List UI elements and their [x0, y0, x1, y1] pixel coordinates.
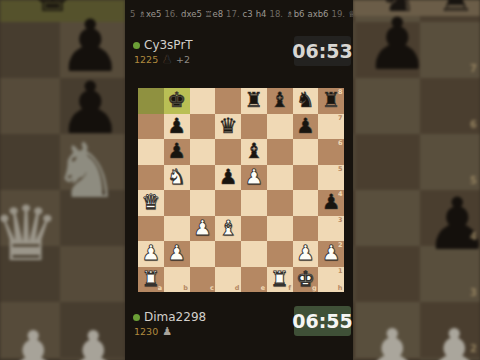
move-token[interactable]: dxe5 [181, 9, 202, 19]
game-screen: 5♗xe516.dxe5♖e817.c3h418.♗b6axb619.♕a4+♔… [125, 0, 353, 360]
rank-label-2: 2 [338, 242, 343, 249]
square-e3[interactable] [241, 216, 267, 242]
online-indicator-icon [133, 42, 140, 49]
move-token[interactable]: axb6 [307, 9, 328, 19]
captured-pawn-icon: ♟ [162, 326, 172, 337]
square-c4[interactable] [190, 190, 216, 216]
square-h6[interactable]: 6 [318, 139, 344, 165]
captured-pawn-icon: ♟ [162, 54, 172, 65]
rank-label-5: 5 [338, 166, 343, 173]
background-rank-label: 6 [470, 119, 477, 130]
square-b7[interactable]: ♟ [164, 114, 190, 140]
square-d3[interactable]: ♝ [215, 216, 241, 242]
square-f5[interactable] [267, 165, 293, 191]
square-h5[interactable]: 5 [318, 165, 344, 191]
square-d7[interactable]: ♛ [215, 114, 241, 140]
file-label-e: e [261, 285, 265, 292]
file-label-c: c [210, 285, 214, 292]
square-f1[interactable]: ♜f [267, 267, 293, 293]
square-f4[interactable] [267, 190, 293, 216]
move-token[interactable]: 17. [226, 9, 240, 19]
clock-bottom: 06:55 [294, 306, 351, 336]
move-token[interactable]: 18. [269, 9, 283, 19]
background-piece: ♟ [423, 320, 480, 360]
square-a3[interactable] [138, 216, 164, 242]
background-rank-label: 5 [470, 175, 477, 186]
square-h8[interactable]: ♜8 [318, 88, 344, 114]
player-bottom-rating: 1230 [134, 326, 158, 337]
square-h1[interactable]: h1 [318, 267, 344, 293]
player-top: Cy3sPrT 1225 ♟ +2 [133, 38, 293, 65]
square-d1[interactable]: d [215, 267, 241, 293]
background-piece: ♛ [0, 196, 60, 272]
square-e1[interactable]: e [241, 267, 267, 293]
online-indicator-icon [133, 314, 140, 321]
rank-label-7: 7 [338, 115, 343, 122]
file-label-h: h [338, 285, 343, 292]
square-a4[interactable]: ♛ [138, 190, 164, 216]
rank-label-1: 1 [338, 268, 343, 275]
square-e7[interactable] [241, 114, 267, 140]
piece-wP-a2[interactable]: ♟ [141, 243, 160, 264]
move-token[interactable]: 16. [164, 9, 178, 19]
square-b8[interactable]: ♚ [164, 88, 190, 114]
square-d2[interactable] [215, 241, 241, 267]
square-h3[interactable]: 3 [318, 216, 344, 242]
square-d6[interactable] [215, 139, 241, 165]
piece-wP-b2[interactable]: ♟ [167, 243, 186, 264]
rank-label-4: 4 [338, 191, 343, 198]
square-h7[interactable]: 7 [318, 114, 344, 140]
piece-bP-b6[interactable]: ♟ [167, 141, 186, 162]
square-h4[interactable]: ♟4 [318, 190, 344, 216]
square-g5[interactable] [293, 165, 319, 191]
file-label-d: d [235, 285, 240, 292]
move-token[interactable]: ♕a4+ [348, 9, 353, 19]
square-d8[interactable] [215, 88, 241, 114]
piece-wN-b5[interactable]: ♞ [167, 166, 186, 187]
background-piece: ♟ [361, 320, 424, 360]
square-c6[interactable] [190, 139, 216, 165]
move-token[interactable]: 5 [130, 9, 135, 19]
square-f7[interactable] [267, 114, 293, 140]
rank-label-8: 8 [338, 89, 343, 96]
square-g2[interactable]: ♟ [293, 241, 319, 267]
square-e2[interactable] [241, 241, 267, 267]
move-token[interactable]: ♗xe5 [138, 9, 161, 19]
square-e5[interactable]: ♟ [241, 165, 267, 191]
piece-bN-g8[interactable]: ♞ [296, 90, 315, 111]
background-piece: ♟ [2, 322, 65, 360]
piece-bP-b7[interactable]: ♟ [167, 115, 186, 136]
move-token[interactable]: c3 [243, 9, 253, 19]
piece-bK-b8[interactable]: ♚ [167, 90, 186, 111]
piece-wP-e5[interactable]: ♟ [244, 166, 263, 187]
piece-bP-g7[interactable]: ♟ [296, 115, 315, 136]
piece-wP-c3[interactable]: ♟ [193, 217, 212, 238]
background-piece: ♟ [62, 322, 125, 360]
square-e8[interactable]: ♜ [241, 88, 267, 114]
move-token[interactable]: ♗b6 [286, 9, 304, 19]
square-g6[interactable] [293, 139, 319, 165]
piece-wB-d3[interactable]: ♝ [219, 217, 238, 238]
background-piece: ♞ [52, 133, 120, 209]
square-a8[interactable] [138, 88, 164, 114]
file-label-f: f [288, 285, 291, 292]
background-rank-label: 4 [470, 231, 477, 242]
background-right-panel: ♞♜♟♟♟♟ 765432 [353, 0, 480, 360]
square-g8[interactable]: ♞ [293, 88, 319, 114]
player-bottom-name[interactable]: Dima2298 [144, 310, 206, 324]
square-h2[interactable]: ♟2 [318, 241, 344, 267]
square-f8[interactable]: ♝ [267, 88, 293, 114]
square-f6[interactable] [267, 139, 293, 165]
square-a5[interactable] [138, 165, 164, 191]
piece-bP-d5[interactable]: ♟ [219, 166, 238, 187]
background-piece: ♜ [437, 0, 475, 18]
square-d4[interactable] [215, 190, 241, 216]
chess-board[interactable]: ♚♜♝♞♜8♟♛♟7♟♝6♞♟♟5♛♟4♟♝3♟♟♟♟2♜abcde♜f♚gh1 [138, 88, 344, 292]
square-b4[interactable] [164, 190, 190, 216]
player-bottom: Dima2298 1230 ♟ [133, 310, 293, 337]
square-a7[interactable] [138, 114, 164, 140]
square-b1[interactable]: b [164, 267, 190, 293]
square-a1[interactable]: ♜a [138, 267, 164, 293]
rank-label-3: 3 [338, 217, 343, 224]
app-frame: ♚♟♟♞♛♟♟ ♞♜♟♟♟♟ 765432 5♗xe516.dxe5♖e817.… [0, 0, 480, 360]
rank-label-6: 6 [338, 140, 343, 147]
square-e4[interactable] [241, 190, 267, 216]
square-g4[interactable] [293, 190, 319, 216]
square-g1[interactable]: ♚g [293, 267, 319, 293]
piece-wR-f1[interactable]: ♜ [270, 268, 289, 289]
player-top-rating: 1225 [134, 54, 158, 65]
file-label-a: a [158, 285, 162, 292]
square-a2[interactable]: ♟ [138, 241, 164, 267]
square-a6[interactable] [138, 139, 164, 165]
square-b6[interactable]: ♟ [164, 139, 190, 165]
move-bar[interactable]: 5♗xe516.dxe5♖e817.c3h418.♗b6axb619.♕a4+♔… [125, 0, 353, 27]
square-c8[interactable] [190, 88, 216, 114]
square-c3[interactable]: ♟ [190, 216, 216, 242]
background-rank-label: 3 [470, 287, 477, 298]
material-score: +2 [176, 54, 190, 65]
square-b3[interactable] [164, 216, 190, 242]
piece-bQ-d7[interactable]: ♛ [219, 115, 238, 136]
square-b5[interactable]: ♞ [164, 165, 190, 191]
background-rank-label: 7 [470, 63, 477, 74]
background-rank-label: 2 [470, 343, 477, 354]
square-g7[interactable]: ♟ [293, 114, 319, 140]
square-g3[interactable] [293, 216, 319, 242]
piece-bB-e6[interactable]: ♝ [244, 141, 263, 162]
square-f3[interactable] [267, 216, 293, 242]
piece-bR-e8[interactable]: ♜ [244, 90, 263, 111]
piece-wQ-a4[interactable]: ♛ [141, 192, 160, 213]
move-token[interactable]: ♖e8 [205, 9, 223, 19]
clock-top: 06:53 [294, 36, 351, 66]
square-e6[interactable]: ♝ [241, 139, 267, 165]
background-piece: ♟ [365, 8, 430, 80]
file-label-b: b [183, 285, 188, 292]
square-f2[interactable] [267, 241, 293, 267]
piece-wP-g2[interactable]: ♟ [296, 243, 315, 264]
square-c7[interactable] [190, 114, 216, 140]
move-token[interactable]: h4 [256, 9, 267, 19]
file-label-g: g [312, 285, 317, 292]
square-d5[interactable]: ♟ [215, 165, 241, 191]
square-c2[interactable] [190, 241, 216, 267]
background-piece: ♟ [425, 188, 480, 260]
square-c5[interactable] [190, 165, 216, 191]
player-top-name[interactable]: Cy3sPrT [144, 38, 193, 52]
square-c1[interactable]: c [190, 267, 216, 293]
move-token[interactable]: 19. [332, 9, 346, 19]
piece-bB-f8[interactable]: ♝ [270, 90, 289, 111]
square-b2[interactable]: ♟ [164, 241, 190, 267]
background-left-panel: ♚♟♟♞♛♟♟ [0, 0, 125, 360]
